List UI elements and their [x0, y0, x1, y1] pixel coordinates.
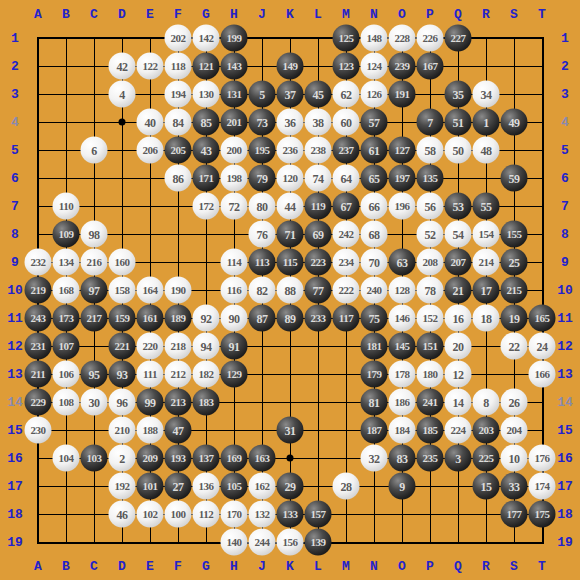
stone-R14-move-8[interactable]: 8 — [473, 389, 500, 416]
stone-Q15-move-224[interactable]: 224 — [445, 417, 472, 444]
stone-F6-move-86[interactable]: 86 — [165, 165, 192, 192]
stone-P5-move-58[interactable]: 58 — [417, 137, 444, 164]
stone-L6-move-74[interactable]: 74 — [305, 165, 332, 192]
stone-L11-move-233[interactable]: 233 — [305, 305, 332, 332]
stone-O15-move-184[interactable]: 184 — [389, 417, 416, 444]
stone-Q8-move-54[interactable]: 54 — [445, 221, 472, 248]
stone-N3-move-126[interactable]: 126 — [361, 81, 388, 108]
stone-M17-move-28[interactable]: 28 — [333, 473, 360, 500]
stone-M6-move-64[interactable]: 64 — [333, 165, 360, 192]
row-label-right-16: 16 — [557, 452, 573, 465]
stone-P11-move-152[interactable]: 152 — [417, 305, 444, 332]
stone-P15-move-185[interactable]: 185 — [417, 417, 444, 444]
stone-N4-move-57[interactable]: 57 — [361, 109, 388, 136]
stone-P16-move-235[interactable]: 235 — [417, 445, 444, 472]
stone-H18-move-170[interactable]: 170 — [221, 501, 248, 528]
stone-H10-move-116[interactable]: 116 — [221, 277, 248, 304]
row-label-left-16: 16 — [7, 452, 23, 465]
stone-N7-move-66[interactable]: 66 — [361, 193, 388, 220]
stone-J8-move-76[interactable]: 76 — [249, 221, 276, 248]
stone-C14-move-30[interactable]: 30 — [81, 389, 108, 416]
stone-K7-move-44[interactable]: 44 — [277, 193, 304, 220]
stone-M4-move-60[interactable]: 60 — [333, 109, 360, 136]
stone-E16-move-209[interactable]: 209 — [137, 445, 164, 472]
stone-R4-move-1[interactable]: 1 — [473, 109, 500, 136]
col-label-bottom-F: F — [174, 560, 182, 573]
stone-C16-move-103[interactable]: 103 — [81, 445, 108, 472]
stone-O11-move-146[interactable]: 146 — [389, 305, 416, 332]
stone-E14-move-99[interactable]: 99 — [137, 389, 164, 416]
stone-G5-move-43[interactable]: 43 — [193, 137, 220, 164]
stone-E18-move-102[interactable]: 102 — [137, 501, 164, 528]
stone-S10-move-215[interactable]: 215 — [501, 277, 528, 304]
stone-O5-move-127[interactable]: 127 — [389, 137, 416, 164]
stone-K10-move-88[interactable]: 88 — [277, 277, 304, 304]
stone-R9-move-214[interactable]: 214 — [473, 249, 500, 276]
stone-P1-move-226[interactable]: 226 — [417, 25, 444, 52]
row-label-left-4: 4 — [11, 116, 19, 129]
stone-A10-move-219[interactable]: 219 — [25, 277, 52, 304]
stone-E4-move-40[interactable]: 40 — [137, 109, 164, 136]
stone-H17-move-105[interactable]: 105 — [221, 473, 248, 500]
col-label-bottom-J: J — [258, 560, 266, 573]
stone-E11-move-161[interactable]: 161 — [137, 305, 164, 332]
stone-H11-move-90[interactable]: 90 — [221, 305, 248, 332]
col-label-top-N: N — [370, 8, 378, 21]
stone-F5-move-205[interactable]: 205 — [165, 137, 192, 164]
stone-S4-move-49[interactable]: 49 — [501, 109, 528, 136]
stone-G3-move-130[interactable]: 130 — [193, 81, 220, 108]
stone-E12-move-220[interactable]: 220 — [137, 333, 164, 360]
stone-S8-move-155[interactable]: 155 — [501, 221, 528, 248]
row-label-left-10: 10 — [7, 284, 23, 297]
stone-D12-move-221[interactable]: 221 — [109, 333, 136, 360]
stone-N8-move-68[interactable]: 68 — [361, 221, 388, 248]
stone-M7-move-67[interactable]: 67 — [333, 193, 360, 220]
stone-D11-move-159[interactable]: 159 — [109, 305, 136, 332]
col-label-bottom-C: C — [90, 560, 98, 573]
row-label-right-8: 8 — [561, 228, 569, 241]
stone-B14-move-108[interactable]: 108 — [53, 389, 80, 416]
row-label-left-3: 3 — [11, 88, 19, 101]
stone-G2-move-121[interactable]: 121 — [193, 53, 220, 80]
stone-J17-move-162[interactable]: 162 — [249, 473, 276, 500]
stone-N16-move-32[interactable]: 32 — [361, 445, 388, 472]
stone-B16-move-104[interactable]: 104 — [53, 445, 80, 472]
stone-G12-move-94[interactable]: 94 — [193, 333, 220, 360]
stone-G1-move-142[interactable]: 142 — [193, 25, 220, 52]
stone-T18-move-175[interactable]: 175 — [529, 501, 556, 528]
stone-J6-move-79[interactable]: 79 — [249, 165, 276, 192]
stone-B11-move-173[interactable]: 173 — [53, 305, 80, 332]
row-label-right-2: 2 — [561, 60, 569, 73]
row-label-right-18: 18 — [557, 508, 573, 521]
stone-P6-move-135[interactable]: 135 — [417, 165, 444, 192]
stone-O17-move-9[interactable]: 9 — [389, 473, 416, 500]
stone-K18-move-133[interactable]: 133 — [277, 501, 304, 528]
stone-N10-move-240[interactable]: 240 — [361, 277, 388, 304]
stone-D10-move-158[interactable]: 158 — [109, 277, 136, 304]
row-label-right-5: 5 — [561, 144, 569, 157]
stone-E10-move-164[interactable]: 164 — [137, 277, 164, 304]
stone-G6-move-171[interactable]: 171 — [193, 165, 220, 192]
stone-P9-move-208[interactable]: 208 — [417, 249, 444, 276]
col-label-top-H: H — [230, 8, 238, 21]
col-label-top-J: J — [258, 8, 266, 21]
stone-H1-move-199[interactable]: 199 — [221, 25, 248, 52]
row-label-right-7: 7 — [561, 200, 569, 213]
stone-F14-move-213[interactable]: 213 — [165, 389, 192, 416]
stone-S6-move-59[interactable]: 59 — [501, 165, 528, 192]
stone-O6-move-197[interactable]: 197 — [389, 165, 416, 192]
stone-B7-move-110[interactable]: 110 — [53, 193, 80, 220]
stone-H2-move-143[interactable]: 143 — [221, 53, 248, 80]
stone-J16-move-163[interactable]: 163 — [249, 445, 276, 472]
stone-L5-move-238[interactable]: 238 — [305, 137, 332, 164]
stone-D13-move-93[interactable]: 93 — [109, 361, 136, 388]
stone-Q12-move-20[interactable]: 20 — [445, 333, 472, 360]
stone-F10-move-190[interactable]: 190 — [165, 277, 192, 304]
stone-H16-move-169[interactable]: 169 — [221, 445, 248, 472]
stone-P12-move-151[interactable]: 151 — [417, 333, 444, 360]
stone-Q13-move-12[interactable]: 12 — [445, 361, 472, 388]
stone-D18-move-46[interactable]: 46 — [109, 501, 136, 528]
stone-K6-move-120[interactable]: 120 — [277, 165, 304, 192]
stone-R8-move-154[interactable]: 154 — [473, 221, 500, 248]
stone-H5-move-200[interactable]: 200 — [221, 137, 248, 164]
stone-Q9-move-207[interactable]: 207 — [445, 249, 472, 276]
stone-G7-move-172[interactable]: 172 — [193, 193, 220, 220]
stone-M1-move-125[interactable]: 125 — [333, 25, 360, 52]
stone-F13-move-212[interactable]: 212 — [165, 361, 192, 388]
stone-M2-move-123[interactable]: 123 — [333, 53, 360, 80]
col-label-bottom-N: N — [370, 560, 378, 573]
stone-Q5-move-50[interactable]: 50 — [445, 137, 472, 164]
row-label-left-5: 5 — [11, 144, 19, 157]
stone-S14-move-26[interactable]: 26 — [501, 389, 528, 416]
stone-B12-move-107[interactable]: 107 — [53, 333, 80, 360]
stone-F17-move-27[interactable]: 27 — [165, 473, 192, 500]
stone-K11-move-89[interactable]: 89 — [277, 305, 304, 332]
stone-S9-move-25[interactable]: 25 — [501, 249, 528, 276]
row-label-left-12: 12 — [7, 340, 23, 353]
stone-Q14-move-14[interactable]: 14 — [445, 389, 472, 416]
stone-N1-move-148[interactable]: 148 — [361, 25, 388, 52]
stone-F3-move-194[interactable]: 194 — [165, 81, 192, 108]
col-label-bottom-G: G — [202, 560, 210, 573]
stone-S15-move-204[interactable]: 204 — [501, 417, 528, 444]
stone-J5-move-195[interactable]: 195 — [249, 137, 276, 164]
stone-L4-move-38[interactable]: 38 — [305, 109, 332, 136]
col-label-top-L: L — [314, 8, 322, 21]
stone-S17-move-33[interactable]: 33 — [501, 473, 528, 500]
stone-D9-move-160[interactable]: 160 — [109, 249, 136, 276]
stone-N12-move-181[interactable]: 181 — [361, 333, 388, 360]
stone-T13-move-166[interactable]: 166 — [529, 361, 556, 388]
stone-J19-move-244[interactable]: 244 — [249, 529, 276, 556]
stone-P8-move-52[interactable]: 52 — [417, 221, 444, 248]
stone-J10-move-82[interactable]: 82 — [249, 277, 276, 304]
row-label-left-13: 13 — [7, 368, 23, 381]
stone-C5-move-6[interactable]: 6 — [81, 137, 108, 164]
stone-G18-move-112[interactable]: 112 — [193, 501, 220, 528]
row-label-left-7: 7 — [11, 200, 19, 213]
col-label-bottom-A: A — [34, 560, 42, 573]
stone-M11-move-117[interactable]: 117 — [333, 305, 360, 332]
row-label-left-18: 18 — [7, 508, 23, 521]
stone-J18-move-132[interactable]: 132 — [249, 501, 276, 528]
stone-O14-move-186[interactable]: 186 — [389, 389, 416, 416]
col-label-bottom-E: E — [146, 560, 154, 573]
stone-J9-move-113[interactable]: 113 — [249, 249, 276, 276]
stone-P13-move-180[interactable]: 180 — [417, 361, 444, 388]
col-label-bottom-R: R — [482, 560, 490, 573]
stone-F12-move-218[interactable]: 218 — [165, 333, 192, 360]
stone-K3-move-37[interactable]: 37 — [277, 81, 304, 108]
row-label-left-9: 9 — [11, 256, 19, 269]
col-label-top-F: F — [174, 8, 182, 21]
stone-L7-move-119[interactable]: 119 — [305, 193, 332, 220]
stone-K17-move-29[interactable]: 29 — [277, 473, 304, 500]
row-label-right-17: 17 — [557, 480, 573, 493]
stone-R11-move-18[interactable]: 18 — [473, 305, 500, 332]
stone-S16-move-10[interactable]: 10 — [501, 445, 528, 472]
row-label-right-19: 19 — [557, 536, 573, 549]
col-label-bottom-D: D — [118, 560, 126, 573]
stone-O2-move-239[interactable]: 239 — [389, 53, 416, 80]
stone-P7-move-56[interactable]: 56 — [417, 193, 444, 220]
stone-G17-move-136[interactable]: 136 — [193, 473, 220, 500]
row-label-left-1: 1 — [11, 32, 19, 45]
stone-A15-move-230[interactable]: 230 — [25, 417, 52, 444]
stone-R10-move-17[interactable]: 17 — [473, 277, 500, 304]
row-label-right-14: 14 — [557, 396, 573, 409]
stone-F1-move-202[interactable]: 202 — [165, 25, 192, 52]
stone-J4-move-73[interactable]: 73 — [249, 109, 276, 136]
stone-N15-move-187[interactable]: 187 — [361, 417, 388, 444]
stone-H19-move-140[interactable]: 140 — [221, 529, 248, 556]
stone-C9-move-216[interactable]: 216 — [81, 249, 108, 276]
row-label-right-11: 11 — [557, 312, 573, 325]
col-label-top-G: G — [202, 8, 210, 21]
stone-D3-move-4[interactable]: 4 — [109, 81, 136, 108]
stone-E13-move-111[interactable]: 111 — [137, 361, 164, 388]
stone-L10-move-77[interactable]: 77 — [305, 277, 332, 304]
stone-G16-move-137[interactable]: 137 — [193, 445, 220, 472]
stone-H12-move-91[interactable]: 91 — [221, 333, 248, 360]
stone-N11-move-75[interactable]: 75 — [361, 305, 388, 332]
stone-O13-move-178[interactable]: 178 — [389, 361, 416, 388]
stone-O16-move-83[interactable]: 83 — [389, 445, 416, 472]
stone-E15-move-188[interactable]: 188 — [137, 417, 164, 444]
stone-N13-move-179[interactable]: 179 — [361, 361, 388, 388]
star-point-K16 — [287, 455, 294, 462]
stone-B8-move-109[interactable]: 109 — [53, 221, 80, 248]
stone-F11-move-189[interactable]: 189 — [165, 305, 192, 332]
stone-D17-move-192[interactable]: 192 — [109, 473, 136, 500]
stone-R5-move-48[interactable]: 48 — [473, 137, 500, 164]
stone-E2-move-122[interactable]: 122 — [137, 53, 164, 80]
row-label-left-15: 15 — [7, 424, 23, 437]
stone-C8-move-98[interactable]: 98 — [81, 221, 108, 248]
stone-Q10-move-21[interactable]: 21 — [445, 277, 472, 304]
row-label-right-12: 12 — [557, 340, 573, 353]
go-board[interactable]: AABBCCDDEEFFGGHHJJKKLLMMNNOOPPQQRRSSTT11… — [0, 0, 580, 580]
col-label-top-C: C — [90, 8, 98, 21]
stone-H13-move-129[interactable]: 129 — [221, 361, 248, 388]
stone-A12-move-231[interactable]: 231 — [25, 333, 52, 360]
stone-G4-move-85[interactable]: 85 — [193, 109, 220, 136]
stone-S11-move-19[interactable]: 19 — [501, 305, 528, 332]
stone-M9-move-234[interactable]: 234 — [333, 249, 360, 276]
col-label-bottom-H: H — [230, 560, 238, 573]
row-label-left-17: 17 — [7, 480, 23, 493]
col-label-top-S: S — [510, 8, 518, 21]
stone-R3-move-34[interactable]: 34 — [473, 81, 500, 108]
row-label-right-10: 10 — [557, 284, 573, 297]
stone-G11-move-92[interactable]: 92 — [193, 305, 220, 332]
stone-H6-move-198[interactable]: 198 — [221, 165, 248, 192]
stone-M3-move-62[interactable]: 62 — [333, 81, 360, 108]
stone-Q7-move-53[interactable]: 53 — [445, 193, 472, 220]
stone-J7-move-80[interactable]: 80 — [249, 193, 276, 220]
stone-E17-move-101[interactable]: 101 — [137, 473, 164, 500]
col-label-top-P: P — [426, 8, 434, 21]
stone-G13-move-182[interactable]: 182 — [193, 361, 220, 388]
row-label-right-13: 13 — [557, 368, 573, 381]
stone-H3-move-131[interactable]: 131 — [221, 81, 248, 108]
col-label-bottom-T: T — [538, 560, 546, 573]
stone-J11-move-87[interactable]: 87 — [249, 305, 276, 332]
stone-G14-move-183[interactable]: 183 — [193, 389, 220, 416]
stone-H9-move-114[interactable]: 114 — [221, 249, 248, 276]
stone-A14-move-229[interactable]: 229 — [25, 389, 52, 416]
stone-F16-move-193[interactable]: 193 — [165, 445, 192, 472]
stone-T11-move-165[interactable]: 165 — [529, 305, 556, 332]
stone-F18-move-100[interactable]: 100 — [165, 501, 192, 528]
row-label-right-9: 9 — [561, 256, 569, 269]
stone-Q1-move-227[interactable]: 227 — [445, 25, 472, 52]
stone-B13-move-106[interactable]: 106 — [53, 361, 80, 388]
stone-O10-move-128[interactable]: 128 — [389, 277, 416, 304]
row-label-right-15: 15 — [557, 424, 573, 437]
stone-C13-move-95[interactable]: 95 — [81, 361, 108, 388]
stone-H4-move-201[interactable]: 201 — [221, 109, 248, 136]
col-label-top-E: E — [146, 8, 154, 21]
stone-N2-move-124[interactable]: 124 — [361, 53, 388, 80]
stone-O12-move-145[interactable]: 145 — [389, 333, 416, 360]
stone-E5-move-206[interactable]: 206 — [137, 137, 164, 164]
stone-J3-move-5[interactable]: 5 — [249, 81, 276, 108]
col-label-bottom-Q: Q — [454, 560, 462, 573]
row-label-left-8: 8 — [11, 228, 19, 241]
row-label-left-2: 2 — [11, 60, 19, 73]
stone-L9-move-223[interactable]: 223 — [305, 249, 332, 276]
stone-D2-move-42[interactable]: 42 — [109, 53, 136, 80]
stone-T12-move-24[interactable]: 24 — [529, 333, 556, 360]
stone-A11-move-243[interactable]: 243 — [25, 305, 52, 332]
stone-N6-move-65[interactable]: 65 — [361, 165, 388, 192]
stone-K19-move-156[interactable]: 156 — [277, 529, 304, 556]
stone-M5-move-237[interactable]: 237 — [333, 137, 360, 164]
stone-O9-move-63[interactable]: 63 — [389, 249, 416, 276]
stone-Q11-move-16[interactable]: 16 — [445, 305, 472, 332]
col-label-top-K: K — [286, 8, 294, 21]
stone-C10-move-97[interactable]: 97 — [81, 277, 108, 304]
stone-R15-move-203[interactable]: 203 — [473, 417, 500, 444]
stone-B10-move-168[interactable]: 168 — [53, 277, 80, 304]
stone-T16-move-176[interactable]: 176 — [529, 445, 556, 472]
row-label-left-6: 6 — [11, 172, 19, 185]
stone-A9-move-232[interactable]: 232 — [25, 249, 52, 276]
stone-Q4-move-51[interactable]: 51 — [445, 109, 472, 136]
stone-L8-move-69[interactable]: 69 — [305, 221, 332, 248]
col-label-bottom-S: S — [510, 560, 518, 573]
stone-K5-move-236[interactable]: 236 — [277, 137, 304, 164]
stone-L19-move-139[interactable]: 139 — [305, 529, 332, 556]
stone-K9-move-115[interactable]: 115 — [277, 249, 304, 276]
stone-N5-move-61[interactable]: 61 — [361, 137, 388, 164]
stone-F15-move-47[interactable]: 47 — [165, 417, 192, 444]
stone-R16-move-225[interactable]: 225 — [473, 445, 500, 472]
row-label-right-1: 1 — [561, 32, 569, 45]
stone-L3-move-45[interactable]: 45 — [305, 81, 332, 108]
stone-B9-move-134[interactable]: 134 — [53, 249, 80, 276]
row-label-right-4: 4 — [561, 116, 569, 129]
stone-T17-move-174[interactable]: 174 — [529, 473, 556, 500]
stone-S18-move-177[interactable]: 177 — [501, 501, 528, 528]
stone-D14-move-96[interactable]: 96 — [109, 389, 136, 416]
stone-M10-move-222[interactable]: 222 — [333, 277, 360, 304]
stone-N9-move-70[interactable]: 70 — [361, 249, 388, 276]
stone-F4-move-84[interactable]: 84 — [165, 109, 192, 136]
stone-L18-move-157[interactable]: 157 — [305, 501, 332, 528]
col-label-top-O: O — [398, 8, 406, 21]
stone-K15-move-31[interactable]: 31 — [277, 417, 304, 444]
stone-P14-move-241[interactable]: 241 — [417, 389, 444, 416]
stone-S12-move-22[interactable]: 22 — [501, 333, 528, 360]
stone-D15-move-210[interactable]: 210 — [109, 417, 136, 444]
row-label-right-3: 3 — [561, 88, 569, 101]
stone-R17-move-15[interactable]: 15 — [473, 473, 500, 500]
stone-N14-move-81[interactable]: 81 — [361, 389, 388, 416]
stone-O3-move-191[interactable]: 191 — [389, 81, 416, 108]
col-label-top-D: D — [118, 8, 126, 21]
col-label-bottom-P: P — [426, 560, 434, 573]
stone-O7-move-196[interactable]: 196 — [389, 193, 416, 220]
stone-D16-move-2[interactable]: 2 — [109, 445, 136, 472]
stone-P2-move-167[interactable]: 167 — [417, 53, 444, 80]
stone-P4-move-7[interactable]: 7 — [417, 109, 444, 136]
stone-K8-move-71[interactable]: 71 — [277, 221, 304, 248]
stone-H7-move-72[interactable]: 72 — [221, 193, 248, 220]
stone-P10-move-78[interactable]: 78 — [417, 277, 444, 304]
stone-O1-move-228[interactable]: 228 — [389, 25, 416, 52]
stone-R7-move-55[interactable]: 55 — [473, 193, 500, 220]
col-label-top-M: M — [342, 8, 350, 21]
stone-K4-move-36[interactable]: 36 — [277, 109, 304, 136]
stone-M8-move-242[interactable]: 242 — [333, 221, 360, 248]
col-label-top-A: A — [34, 8, 42, 21]
stone-C11-move-217[interactable]: 217 — [81, 305, 108, 332]
stone-Q3-move-35[interactable]: 35 — [445, 81, 472, 108]
stone-Q16-move-3[interactable]: 3 — [445, 445, 472, 472]
stone-F2-move-118[interactable]: 118 — [165, 53, 192, 80]
col-label-bottom-L: L — [314, 560, 322, 573]
star-point-D4 — [119, 119, 126, 126]
stone-A13-move-211[interactable]: 211 — [25, 361, 52, 388]
stone-K2-move-149[interactable]: 149 — [277, 53, 304, 80]
